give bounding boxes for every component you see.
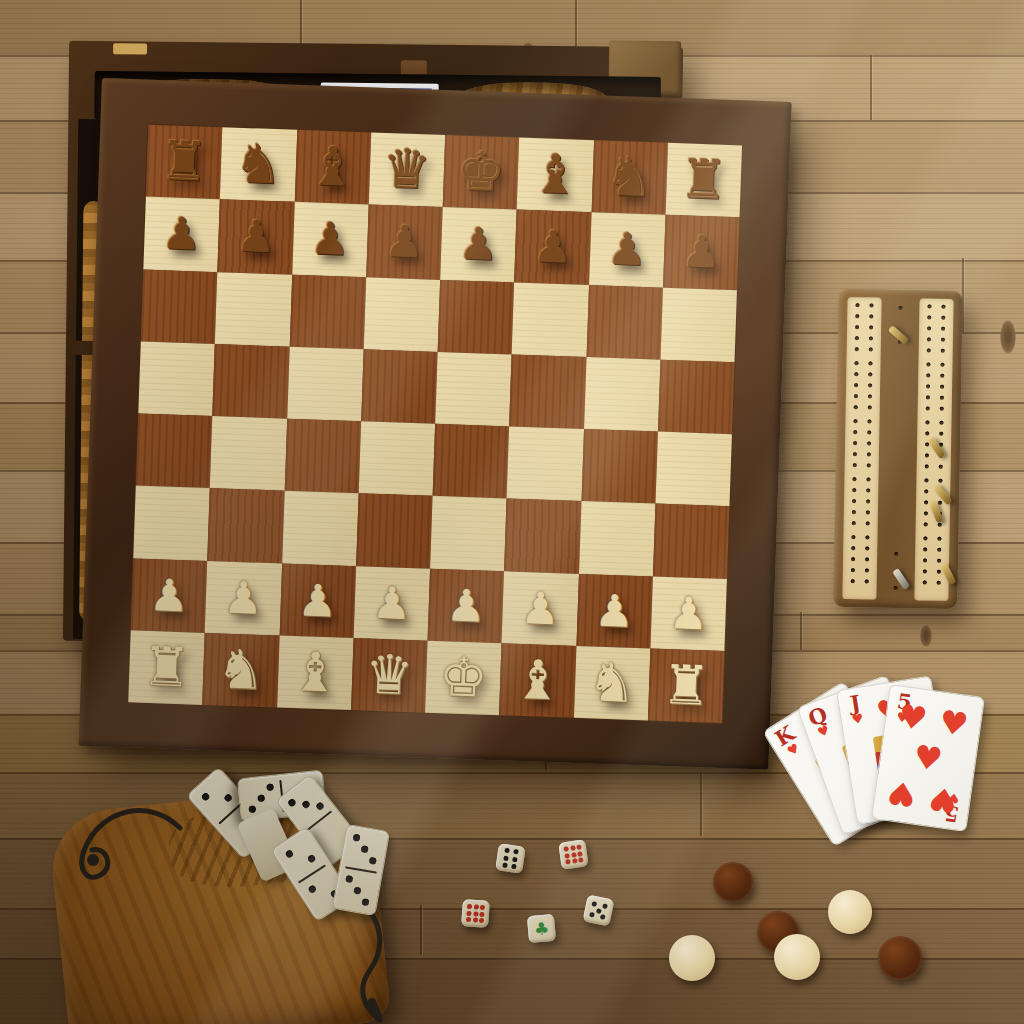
peg-hole[interactable] <box>866 510 870 514</box>
square-g2[interactable]: ♟ <box>576 573 653 648</box>
peg-hole[interactable] <box>865 535 869 539</box>
checker-piece-light[interactable] <box>828 890 872 934</box>
checker-piece-light[interactable] <box>774 934 820 980</box>
peg-hole[interactable] <box>941 349 945 353</box>
square-c1[interactable]: ♝ <box>277 635 354 710</box>
peg-hole[interactable] <box>941 316 945 320</box>
heart-pip: ♥ <box>937 706 970 742</box>
square-c4[interactable] <box>284 419 361 494</box>
square-f1[interactable]: ♝ <box>499 643 576 718</box>
white-king-piece[interactable]: ♚ <box>438 650 488 706</box>
peg-hole[interactable] <box>923 558 927 562</box>
die-pip <box>588 912 594 918</box>
plank-end-seam <box>800 612 802 650</box>
peg-hole[interactable] <box>866 499 870 503</box>
peg-hole[interactable] <box>937 559 941 563</box>
peg-hole[interactable] <box>867 452 871 456</box>
peg-hole[interactable] <box>851 579 855 583</box>
chess-board: ♜♞♝♛♚♝♞♜♟♟♟♟♟♟♟♟♟♟♟♟♟♟♟♟♜♞♝♛♚♝♞♜ <box>79 78 792 770</box>
square-g1[interactable]: ♞ <box>573 646 650 721</box>
die-pip <box>473 904 478 909</box>
square-f4[interactable] <box>507 426 584 501</box>
square-e5[interactable] <box>435 352 512 427</box>
white-pawn-piece[interactable]: ♟ <box>223 575 264 620</box>
square-f8[interactable]: ♝ <box>517 138 594 213</box>
square-g7[interactable]: ♟ <box>589 212 666 287</box>
peg-hole[interactable] <box>853 463 857 467</box>
black-pawn-piece[interactable]: ♟ <box>384 219 425 264</box>
die-pip <box>503 855 509 861</box>
square-h1[interactable]: ♜ <box>648 648 725 723</box>
square-h3[interactable] <box>653 504 730 579</box>
peg-hole[interactable] <box>853 441 857 445</box>
die-pip <box>466 917 471 922</box>
cribbage-board[interactable] <box>833 289 963 609</box>
domino-pip <box>361 898 369 906</box>
square-g8[interactable]: ♞ <box>591 140 668 215</box>
die-pip <box>472 917 477 922</box>
peg-hole[interactable] <box>853 430 857 434</box>
square-d4[interactable] <box>358 421 435 496</box>
peg-hole[interactable] <box>937 548 941 552</box>
peg-hole[interactable] <box>924 489 928 493</box>
domino-divider <box>345 866 377 874</box>
domino-pip <box>301 800 311 810</box>
peg-hole[interactable] <box>867 441 871 445</box>
white-pawn-piece[interactable]: ♟ <box>520 586 561 631</box>
peg-hole[interactable] <box>940 407 944 411</box>
heart-pip: ♥ <box>886 776 919 812</box>
playing-card-5-hearts[interactable]: 5♥5♥♥♥♥♥♥ <box>871 684 985 832</box>
peg-hole[interactable] <box>939 465 943 469</box>
peg-hole[interactable] <box>869 336 873 340</box>
domino-pip <box>224 793 234 803</box>
black-bishop-piece[interactable]: ♝ <box>530 147 580 203</box>
peg-hole[interactable] <box>924 511 928 515</box>
die-pip <box>563 846 569 852</box>
peg-hole[interactable] <box>867 463 871 467</box>
peg-hole[interactable] <box>926 362 930 366</box>
square-e2[interactable]: ♟ <box>428 568 505 643</box>
die-pip <box>565 859 571 865</box>
peg-hole[interactable] <box>855 325 859 329</box>
square-b4[interactable] <box>210 416 287 491</box>
white-pawn-piece[interactable]: ♟ <box>668 591 709 636</box>
die-6[interactable] <box>495 843 525 873</box>
square-c3[interactable] <box>282 491 359 566</box>
die-pip <box>571 852 577 858</box>
peg-hole[interactable] <box>937 537 941 541</box>
square-e1[interactable]: ♚ <box>425 640 502 715</box>
black-pawn-piece[interactable]: ♟ <box>161 212 202 257</box>
club-suit-face: ♣ <box>533 920 550 938</box>
peg-hole[interactable] <box>854 383 858 387</box>
white-knight-piece[interactable]: ♞ <box>587 655 637 711</box>
peg-hole[interactable] <box>868 383 872 387</box>
domino-pip <box>284 849 294 859</box>
domino-pip <box>249 805 257 813</box>
square-f7[interactable]: ♟ <box>514 210 591 285</box>
peg-hole[interactable] <box>927 315 931 319</box>
peg-hole[interactable] <box>869 325 873 329</box>
black-pawn-piece[interactable]: ♟ <box>681 230 722 275</box>
square-d6[interactable] <box>363 277 440 352</box>
peg-hole[interactable] <box>938 523 942 527</box>
plank-end-seam <box>962 258 964 332</box>
peg-hole[interactable] <box>853 419 857 423</box>
peg-hole[interactable] <box>854 372 858 376</box>
peg-hole[interactable] <box>925 420 929 424</box>
domino-divider <box>306 810 332 831</box>
peg-hole[interactable] <box>852 499 856 503</box>
peg-hole[interactable] <box>869 314 873 318</box>
peg-hole[interactable] <box>940 385 944 389</box>
peg-hole[interactable] <box>923 536 927 540</box>
domino-pip <box>368 856 376 864</box>
die-pip <box>480 905 485 910</box>
peg-hole[interactable] <box>868 372 872 376</box>
peg-hole[interactable] <box>927 304 931 308</box>
center-peg-hole[interactable] <box>894 586 898 590</box>
die-pip <box>467 904 472 909</box>
die-pip <box>591 900 597 906</box>
square-e7[interactable]: ♟ <box>440 207 517 282</box>
peg-hole[interactable] <box>923 580 927 584</box>
chess-board-grid: ♜♞♝♛♚♝♞♜♟♟♟♟♟♟♟♟♟♟♟♟♟♟♟♟♜♞♝♛♚♝♞♜ <box>127 124 743 724</box>
peg-hole[interactable] <box>866 488 870 492</box>
black-queen-piece[interactable]: ♛ <box>382 142 432 198</box>
peg-hole[interactable] <box>869 347 873 351</box>
square-f2[interactable]: ♟ <box>502 571 579 646</box>
chest-trim-left <box>113 43 147 54</box>
peg-hole[interactable] <box>941 305 945 309</box>
heart-pip: ♥ <box>927 782 960 818</box>
peg-hole[interactable] <box>937 581 941 585</box>
die-9[interactable] <box>558 839 588 869</box>
white-bishop-piece[interactable]: ♝ <box>512 653 562 709</box>
peg-hole[interactable] <box>941 338 945 342</box>
domino-pip <box>288 798 298 808</box>
square-a4[interactable] <box>136 413 213 488</box>
peg-hole[interactable] <box>852 477 856 481</box>
peg-hole[interactable] <box>868 405 872 409</box>
square-b6[interactable] <box>215 272 292 347</box>
square-d5[interactable] <box>361 349 438 424</box>
checker-piece-dark[interactable] <box>713 862 753 902</box>
peg-hole[interactable] <box>923 547 927 551</box>
die-pip <box>572 858 578 864</box>
card-index: J♥ <box>844 691 869 726</box>
peg-hole[interactable] <box>869 303 873 307</box>
domino-pip <box>307 854 317 864</box>
die-pip <box>578 857 584 863</box>
black-knight-piece[interactable]: ♞ <box>233 137 283 193</box>
domino-pip <box>345 875 353 883</box>
square-g4[interactable] <box>581 429 658 504</box>
square-c8[interactable]: ♝ <box>294 130 371 205</box>
white-rook-piece[interactable]: ♜ <box>141 640 191 696</box>
black-knight-piece[interactable]: ♞ <box>604 150 654 206</box>
square-d2[interactable]: ♟ <box>353 566 430 641</box>
game-table-scene: { "game": "chess (wooden multi-game set:… <box>0 0 1024 1024</box>
die-club[interactable]: ♣ <box>527 914 556 943</box>
peg-hole[interactable] <box>852 488 856 492</box>
square-h7[interactable]: ♟ <box>663 215 740 290</box>
plank-end-seam <box>420 905 422 955</box>
black-pawn-piece[interactable]: ♟ <box>532 225 573 270</box>
center-peg-hole[interactable] <box>894 552 898 556</box>
peg-hole[interactable] <box>924 522 928 526</box>
square-f5[interactable] <box>509 354 586 429</box>
black-pawn-piece[interactable]: ♟ <box>458 222 499 267</box>
square-h5[interactable] <box>658 359 735 434</box>
peg-hole[interactable] <box>937 570 941 574</box>
peg-hole[interactable] <box>940 374 944 378</box>
peg-hole[interactable] <box>924 500 928 504</box>
peg-hole[interactable] <box>867 430 871 434</box>
white-pawn-piece[interactable]: ♟ <box>445 583 486 628</box>
square-b7[interactable]: ♟ <box>218 199 295 274</box>
peg-hole[interactable] <box>927 337 931 341</box>
square-a5[interactable] <box>138 341 215 416</box>
square-d3[interactable] <box>356 493 433 568</box>
peg-hole[interactable] <box>852 510 856 514</box>
card-index: K♥ <box>771 722 805 760</box>
die-pip <box>603 903 609 909</box>
domino-pip <box>353 834 361 842</box>
peg-hole[interactable] <box>855 303 859 307</box>
peg-hole[interactable] <box>925 453 929 457</box>
heart-pip: ♥ <box>896 700 929 736</box>
black-pawn-piece[interactable]: ♟ <box>235 214 276 259</box>
white-pawn-piece[interactable]: ♟ <box>149 573 190 618</box>
die-pip <box>564 853 570 859</box>
domino-pip <box>361 845 369 853</box>
square-f3[interactable] <box>504 499 581 574</box>
peg-hole[interactable] <box>855 347 859 351</box>
peg-hole[interactable] <box>853 452 857 456</box>
square-a8[interactable]: ♜ <box>146 125 223 200</box>
peg-hole[interactable] <box>852 521 856 525</box>
peg-hole[interactable] <box>851 557 855 561</box>
peg-hole[interactable] <box>854 405 858 409</box>
card-index: Q♥ <box>805 703 835 741</box>
wood-knot <box>1000 320 1016 354</box>
peg-hole[interactable] <box>851 535 855 539</box>
domino-pip <box>257 794 265 802</box>
peg-hole[interactable] <box>868 394 872 398</box>
square-b2[interactable]: ♟ <box>205 560 282 635</box>
peg-hole[interactable] <box>939 421 943 425</box>
die-pip <box>479 918 484 923</box>
peg-hole[interactable] <box>865 546 869 550</box>
square-d8[interactable]: ♛ <box>368 132 445 207</box>
square-f6[interactable] <box>512 282 589 357</box>
peg-hole[interactable] <box>923 569 927 573</box>
peg-hole[interactable] <box>855 314 859 318</box>
black-pawn-piece[interactable]: ♟ <box>310 217 351 262</box>
peg-hole[interactable] <box>926 395 930 399</box>
peg-hole[interactable] <box>866 521 870 525</box>
center-peg-hole[interactable] <box>898 306 902 310</box>
peg-hole[interactable] <box>926 373 930 377</box>
die-pip <box>502 862 508 868</box>
die-pip <box>513 849 519 855</box>
square-b1[interactable]: ♞ <box>202 633 279 708</box>
peg-hole[interactable] <box>939 432 943 436</box>
white-bishop-piece[interactable]: ♝ <box>290 645 340 701</box>
plank-end-seam <box>870 55 872 120</box>
black-rook-piece[interactable]: ♜ <box>679 152 729 208</box>
peg-hole[interactable] <box>938 479 942 483</box>
checker-piece-light[interactable] <box>669 935 715 981</box>
domino-pip <box>200 792 210 802</box>
black-rook-piece[interactable]: ♜ <box>159 134 209 190</box>
peg-hole[interactable] <box>865 579 869 583</box>
square-h4[interactable] <box>655 432 732 507</box>
checker-piece-dark[interactable] <box>878 936 922 980</box>
peg-hole[interactable] <box>925 431 929 435</box>
peg-hole[interactable] <box>854 361 858 365</box>
square-a6[interactable] <box>141 269 218 344</box>
domino-pip <box>307 884 317 894</box>
square-e8[interactable]: ♚ <box>443 135 520 210</box>
square-d1[interactable]: ♛ <box>351 638 428 713</box>
die-pip <box>570 845 576 851</box>
black-pawn-piece[interactable]: ♟ <box>606 227 647 272</box>
die-pip <box>479 911 484 916</box>
square-g3[interactable] <box>578 501 655 576</box>
crib-strip-left <box>842 297 881 600</box>
square-a7[interactable]: ♟ <box>143 197 220 272</box>
peg-hole[interactable] <box>938 501 942 505</box>
black-king-piece[interactable]: ♚ <box>456 145 506 201</box>
square-c7[interactable]: ♟ <box>292 202 369 277</box>
die-pip <box>504 848 510 854</box>
square-a2[interactable]: ♟ <box>131 558 208 633</box>
square-e4[interactable] <box>433 424 510 499</box>
die-pip <box>576 844 582 850</box>
die-pip <box>473 911 478 916</box>
peg-hole[interactable] <box>851 568 855 572</box>
heart-pip: ♥ <box>912 740 945 776</box>
peg-hole[interactable] <box>927 326 931 330</box>
die-5[interactable] <box>582 894 614 926</box>
domino-pip <box>353 887 361 895</box>
die-pip <box>511 863 517 869</box>
peg-hole[interactable] <box>865 557 869 561</box>
square-g5[interactable] <box>584 357 661 432</box>
square-d7[interactable]: ♟ <box>366 205 443 280</box>
square-c5[interactable] <box>287 346 364 421</box>
white-pawn-piece[interactable]: ♟ <box>371 580 412 625</box>
peg-hole[interactable] <box>851 546 855 550</box>
square-b8[interactable]: ♞ <box>220 127 297 202</box>
die-pip <box>577 851 583 857</box>
die-9[interactable] <box>461 899 490 928</box>
peg-hole[interactable] <box>867 419 871 423</box>
square-e3[interactable] <box>430 496 507 571</box>
peg-hole[interactable] <box>924 478 928 482</box>
peg-hole[interactable] <box>940 363 944 367</box>
peg-hole[interactable] <box>941 327 945 331</box>
square-e6[interactable] <box>438 279 515 354</box>
white-pawn-piece[interactable]: ♟ <box>297 578 338 623</box>
domino-pip <box>266 784 274 792</box>
die-pip <box>466 910 471 915</box>
square-b3[interactable] <box>207 488 284 563</box>
peg-hole[interactable] <box>854 394 858 398</box>
domino-pip <box>315 801 325 811</box>
peg-hole[interactable] <box>927 348 931 352</box>
peg-hole[interactable] <box>926 384 930 388</box>
domino-divider <box>298 864 326 883</box>
square-c6[interactable] <box>289 274 366 349</box>
square-c2[interactable]: ♟ <box>279 563 356 638</box>
die-pip <box>512 856 518 862</box>
white-knight-piece[interactable]: ♞ <box>216 642 266 698</box>
peg-hole[interactable] <box>926 406 930 410</box>
square-a3[interactable] <box>133 486 210 561</box>
peg-hole[interactable] <box>855 336 859 340</box>
square-b5[interactable] <box>213 344 290 419</box>
peg-hole[interactable] <box>940 396 944 400</box>
square-h6[interactable] <box>660 287 737 362</box>
die-pip <box>600 915 606 921</box>
black-bishop-piece[interactable]: ♝ <box>308 139 358 195</box>
peg-hole[interactable] <box>925 464 929 468</box>
white-rook-piece[interactable]: ♜ <box>661 658 711 714</box>
square-h2[interactable]: ♟ <box>650 576 727 651</box>
wood-knot <box>920 625 932 647</box>
peg-hole[interactable] <box>866 477 870 481</box>
white-queen-piece[interactable]: ♛ <box>364 647 414 703</box>
plank-end-seam <box>700 772 702 836</box>
square-a1[interactable]: ♜ <box>128 630 205 705</box>
die-pip <box>596 908 602 914</box>
peg-hole[interactable] <box>865 568 869 572</box>
square-g6[interactable] <box>586 285 663 360</box>
peg-hole[interactable] <box>868 361 872 365</box>
white-pawn-piece[interactable]: ♟ <box>594 588 635 633</box>
square-h8[interactable]: ♜ <box>665 143 742 218</box>
